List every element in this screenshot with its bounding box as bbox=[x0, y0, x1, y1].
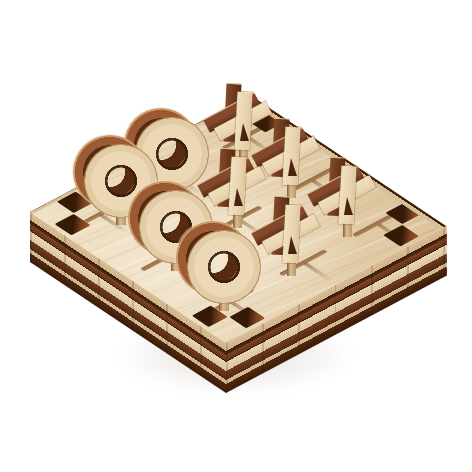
x-cross-face bbox=[282, 205, 300, 264]
o-ring-face bbox=[187, 230, 261, 304]
x-mount-notch bbox=[288, 236, 297, 254]
x-cross-face bbox=[234, 92, 252, 151]
x-cross-face bbox=[338, 166, 356, 225]
x-mount-notch bbox=[344, 197, 353, 215]
x-cross-face bbox=[282, 127, 300, 186]
scene bbox=[0, 0, 472, 472]
pieces-layer bbox=[0, 0, 472, 472]
x-mount-notch bbox=[240, 123, 249, 141]
x-mount-notch bbox=[234, 188, 243, 206]
x-mount-notch bbox=[288, 158, 297, 176]
x-cross-face bbox=[228, 157, 246, 216]
